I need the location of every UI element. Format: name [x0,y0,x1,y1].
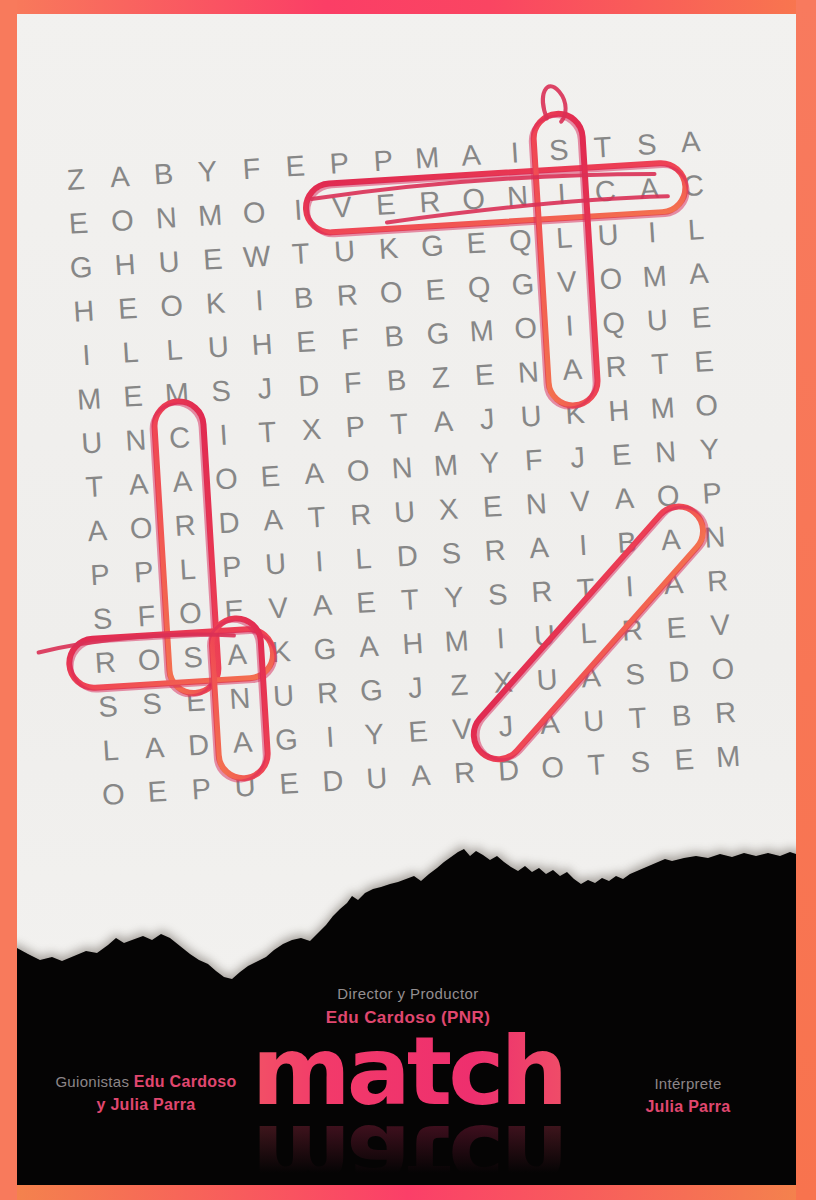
writers-name-1: Edu Cardoso [134,1073,237,1090]
reflection-fade-overlay [150,1112,666,1186]
writers-credit: Guionistas Edu Cardoso y Julia Parra [16,1070,276,1116]
interpreter-name: Julia Parra [558,1095,816,1118]
writers-name-2: y Julia Parra [96,1096,195,1113]
interpreter-credit: Intérprete Julia Parra [558,1072,816,1118]
border-top [0,0,816,14]
interpreter-label: Intérprete [558,1072,816,1095]
border-left [0,0,17,1200]
movie-poster: ZABYFEPPMAISTSAEONMOIVERONICACGHUEWTUKGE… [0,0,816,1200]
writers-label: Guionistas [55,1073,129,1090]
director-label: Director y Productor [0,985,816,1002]
border-bottom [0,1185,816,1200]
credits-block: Director y Productor Edu Cardoso (PNR) M… [0,0,816,1200]
border-right [796,0,816,1200]
